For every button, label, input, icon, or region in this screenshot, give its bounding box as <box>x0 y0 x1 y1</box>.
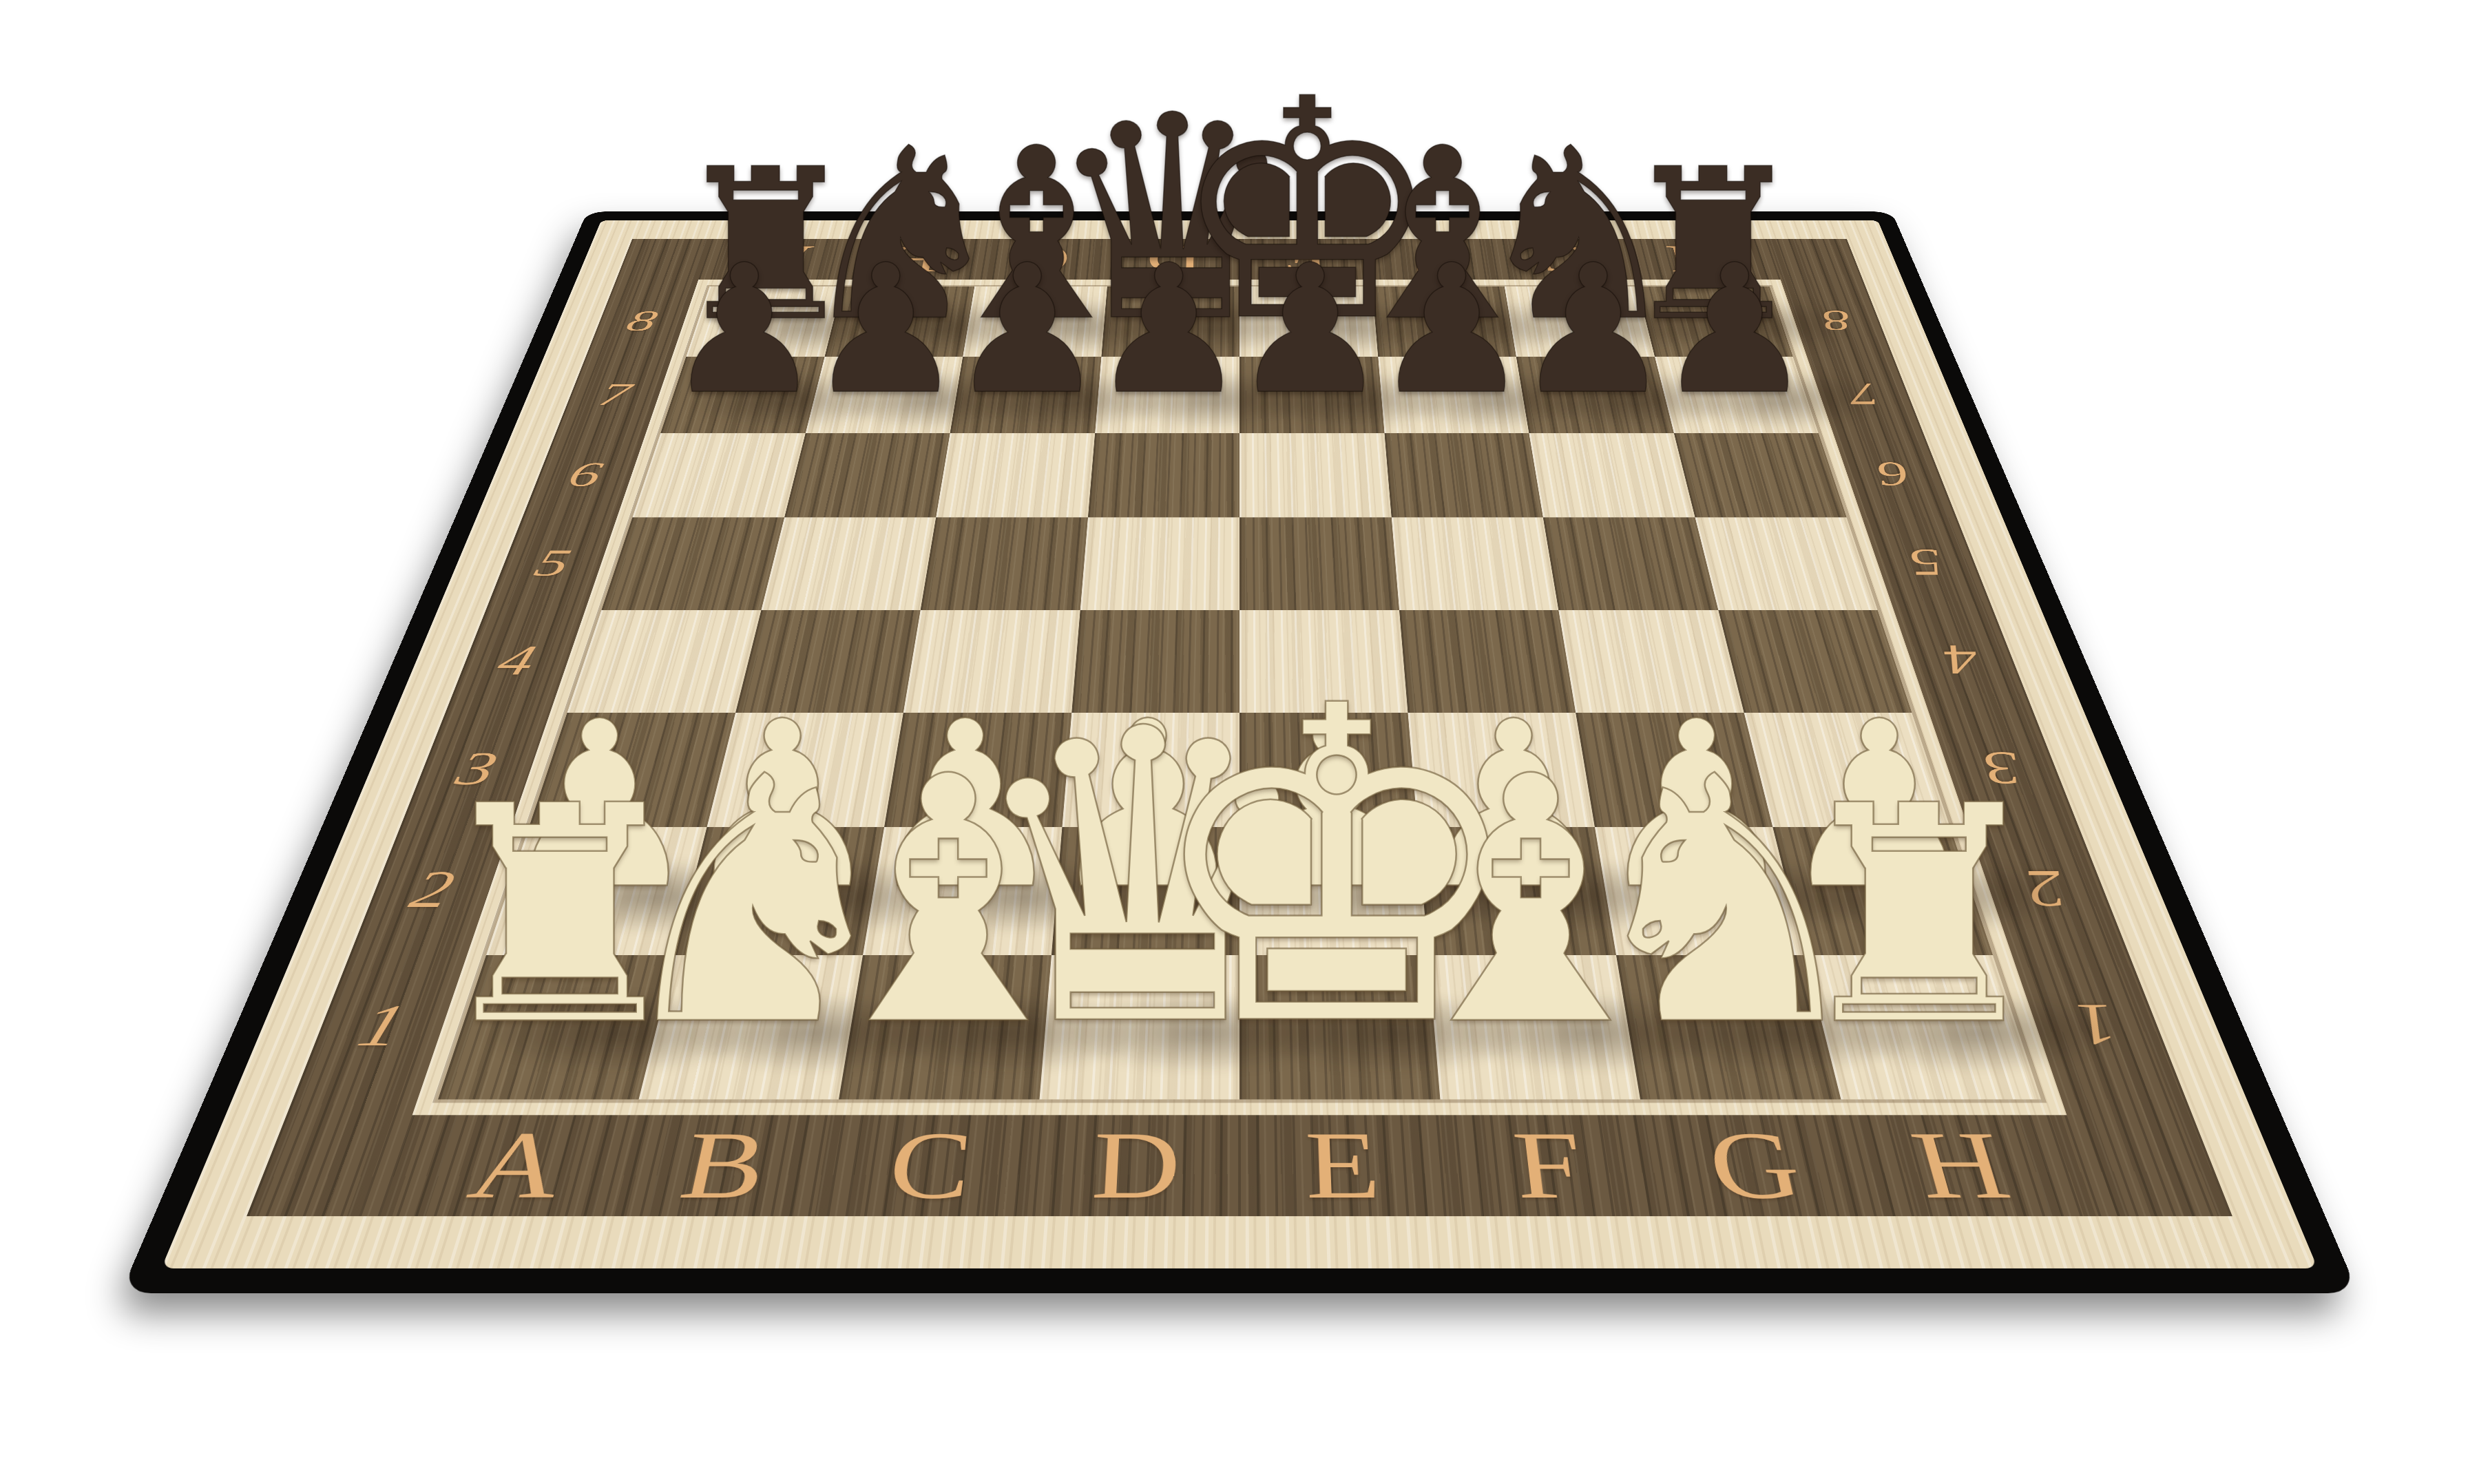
rank-label-right-4: 4 <box>1938 639 1987 682</box>
rank-label-left-1: 1 <box>351 996 413 1056</box>
file-label-top-c: C <box>1016 240 1072 279</box>
rank-label-right-5: 5 <box>1903 543 1949 582</box>
file-label-bottom-h: H <box>1903 1118 2019 1213</box>
file-label-top-g: G <box>1534 240 1597 279</box>
board-surface: AABBCCDDEEFFGGHH1122334455667788 <box>121 211 2358 1293</box>
board-coordinates: AABBCCDDEEFFGGHH1122334455667788 <box>121 211 2358 1293</box>
file-label-bottom-c: C <box>883 1118 976 1213</box>
rank-label-right-3: 3 <box>1976 745 2029 793</box>
file-label-top-a: A <box>750 240 817 279</box>
rank-label-right-6: 6 <box>1872 457 1915 492</box>
rank-label-left-3: 3 <box>450 745 503 793</box>
file-label-top-d: D <box>1145 240 1202 279</box>
rank-label-right-2: 2 <box>2018 863 2075 916</box>
rank-label-left-7: 7 <box>594 378 635 410</box>
rank-label-right-7: 7 <box>1843 378 1884 410</box>
file-label-top-e: E <box>1281 240 1330 279</box>
file-label-top-f: F <box>1411 240 1458 279</box>
file-label-bottom-d: D <box>1089 1118 1182 1213</box>
file-label-bottom-a: A <box>460 1118 576 1213</box>
rank-label-left-6: 6 <box>564 457 607 492</box>
file-label-bottom-e: E <box>1304 1118 1383 1213</box>
rank-label-left-2: 2 <box>404 863 461 916</box>
file-label-bottom-g: G <box>1701 1118 1809 1213</box>
file-label-bottom-f: F <box>1509 1118 1589 1213</box>
chess-scene: AABBCCDDEEFFGGHH1122334455667788 ♜♞♝♛♚♝♞… <box>0 0 2479 1484</box>
rank-label-right-8: 8 <box>1818 306 1856 335</box>
rank-label-left-5: 5 <box>530 543 576 582</box>
file-label-bottom-b: B <box>673 1118 775 1213</box>
rank-label-left-4: 4 <box>492 639 542 682</box>
file-label-top-h: H <box>1662 240 1729 279</box>
file-label-top-b: B <box>884 240 943 279</box>
rank-label-left-8: 8 <box>623 306 661 335</box>
rank-label-right-1: 1 <box>2066 996 2128 1056</box>
chess-board: AABBCCDDEEFFGGHH1122334455667788 <box>0 0 2479 1484</box>
